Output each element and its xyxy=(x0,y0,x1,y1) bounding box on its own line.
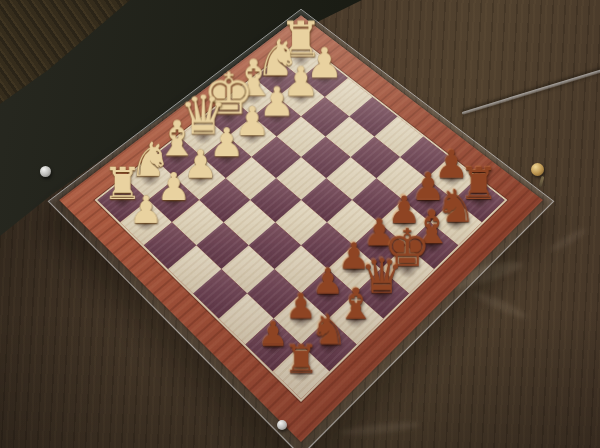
table-scuff-mark xyxy=(471,288,530,322)
square-a8[interactable]: ♜ xyxy=(273,345,330,399)
table-scuff-mark xyxy=(549,227,588,254)
standoff-left-silver xyxy=(40,166,51,177)
standoff-right-brass xyxy=(531,163,544,176)
table-edge-line xyxy=(462,68,600,115)
chessboard-photo-scene: ♜♟♟♜♞♟♟♞♝♟♟♝♚♟♟♚♛♟♟♛♝♟♟♝♞♟♟♞♜♟♟♜ xyxy=(0,0,600,448)
table-scuff-mark xyxy=(340,420,421,437)
black-rook-a8[interactable]: ♜ xyxy=(263,339,338,378)
standoff-bottom-silver xyxy=(277,420,287,430)
white-pawn-a2[interactable]: ♟ xyxy=(112,191,181,229)
brass-standoff-leg xyxy=(539,176,545,187)
